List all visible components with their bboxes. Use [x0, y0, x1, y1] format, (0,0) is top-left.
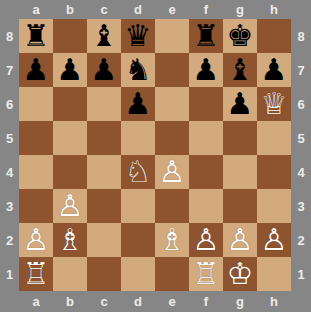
square-b8[interactable]: [53, 19, 87, 53]
piece-black-pawn[interactable]: ♟: [193, 53, 220, 87]
square-h8[interactable]: [257, 19, 291, 53]
square-a8[interactable]: ♜: [19, 19, 53, 53]
square-c2[interactable]: [87, 223, 121, 257]
square-c6[interactable]: [87, 87, 121, 121]
square-b1[interactable]: [53, 257, 87, 291]
piece-white-king[interactable]: ♔: [227, 257, 254, 291]
rank-label-7: 7: [0, 53, 19, 87]
square-c7[interactable]: ♟: [87, 53, 121, 87]
square-d3[interactable]: [121, 189, 155, 223]
square-e5[interactable]: [155, 121, 189, 155]
square-h3[interactable]: [257, 189, 291, 223]
square-a6[interactable]: [19, 87, 53, 121]
square-g1[interactable]: ♔: [223, 257, 257, 291]
piece-black-pawn[interactable]: ♟: [57, 53, 84, 87]
file-label-e: e: [155, 3, 189, 16]
square-g2[interactable]: ♙: [223, 223, 257, 257]
rank-label-3: 3: [0, 189, 19, 223]
square-d1[interactable]: [121, 257, 155, 291]
square-e7[interactable]: [155, 53, 189, 87]
square-c5[interactable]: [87, 121, 121, 155]
file-label-f: f: [189, 3, 223, 16]
rank-label-6: 6: [291, 87, 311, 121]
piece-white-pawn[interactable]: ♙: [159, 155, 186, 189]
square-f1[interactable]: ♖: [189, 257, 223, 291]
file-label-h: h: [257, 3, 291, 16]
file-label-c: c: [87, 3, 121, 16]
file-label-f: f: [189, 295, 223, 308]
square-h6[interactable]: ♕: [257, 87, 291, 121]
file-label-e: e: [155, 295, 189, 308]
piece-black-knight[interactable]: ♞: [125, 53, 152, 87]
square-f3[interactable]: [189, 189, 223, 223]
piece-white-queen[interactable]: ♕: [261, 87, 288, 121]
file-label-d: d: [121, 295, 155, 308]
square-d8[interactable]: ♛: [121, 19, 155, 53]
file-label-d: d: [121, 3, 155, 16]
square-e6[interactable]: [155, 87, 189, 121]
square-e3[interactable]: [155, 189, 189, 223]
file-label-b: b: [53, 3, 87, 16]
piece-black-pawn[interactable]: ♟: [125, 87, 152, 121]
rank-label-1: 1: [291, 257, 311, 291]
rank-label-7: 7: [291, 53, 311, 87]
square-a1[interactable]: ♖: [19, 257, 53, 291]
square-d4[interactable]: ♘: [121, 155, 155, 189]
piece-black-pawn[interactable]: ♟: [261, 53, 288, 87]
square-a4[interactable]: [19, 155, 53, 189]
square-b5[interactable]: [53, 121, 87, 155]
square-g4[interactable]: [223, 155, 257, 189]
square-d6[interactable]: ♟: [121, 87, 155, 121]
square-g7[interactable]: ♝: [223, 53, 257, 87]
piece-white-pawn[interactable]: ♙: [227, 223, 254, 257]
file-label-g: g: [223, 295, 257, 308]
square-b4[interactable]: [53, 155, 87, 189]
file-label-h: h: [257, 295, 291, 308]
piece-white-pawn[interactable]: ♙: [23, 223, 50, 257]
rank-label-3: 3: [291, 189, 311, 223]
file-label-b: b: [53, 295, 87, 308]
rank-label-5: 5: [0, 121, 19, 155]
file-labels-top: abcdefgh: [19, 0, 291, 19]
rank-labels-right: 87654321: [291, 19, 311, 291]
square-e1[interactable]: [155, 257, 189, 291]
piece-white-pawn[interactable]: ♙: [261, 223, 288, 257]
square-g8[interactable]: ♚: [223, 19, 257, 53]
square-f7[interactable]: ♟: [189, 53, 223, 87]
piece-white-bishop[interactable]: ♗: [57, 223, 84, 257]
square-e4[interactable]: ♙: [155, 155, 189, 189]
piece-black-pawn[interactable]: ♟: [227, 87, 254, 121]
file-label-a: a: [19, 3, 53, 16]
rank-label-8: 8: [291, 19, 311, 53]
square-c8[interactable]: ♝: [87, 19, 121, 53]
square-c4[interactable]: [87, 155, 121, 189]
square-g5[interactable]: [223, 121, 257, 155]
piece-white-rook[interactable]: ♖: [193, 257, 220, 291]
piece-white-knight[interactable]: ♘: [125, 155, 152, 189]
piece-white-pawn[interactable]: ♙: [193, 223, 220, 257]
file-label-c: c: [87, 295, 121, 308]
square-h7[interactable]: ♟: [257, 53, 291, 87]
piece-black-king[interactable]: ♚: [227, 19, 254, 53]
square-f2[interactable]: ♙: [189, 223, 223, 257]
square-h4[interactable]: [257, 155, 291, 189]
square-f4[interactable]: [189, 155, 223, 189]
piece-black-queen[interactable]: ♛: [125, 19, 152, 53]
square-g3[interactable]: [223, 189, 257, 223]
square-b3[interactable]: ♙: [53, 189, 87, 223]
piece-black-rook[interactable]: ♜: [193, 19, 220, 53]
square-b6[interactable]: [53, 87, 87, 121]
square-g6[interactable]: ♟: [223, 87, 257, 121]
square-e8[interactable]: [155, 19, 189, 53]
square-d2[interactable]: [121, 223, 155, 257]
piece-white-pawn[interactable]: ♙: [57, 189, 84, 223]
rank-label-1: 1: [0, 257, 19, 291]
square-a5[interactable]: [19, 121, 53, 155]
rank-label-2: 2: [0, 223, 19, 257]
rank-label-5: 5: [291, 121, 311, 155]
piece-black-bishop[interactable]: ♝: [227, 53, 254, 87]
square-f5[interactable]: [189, 121, 223, 155]
square-b7[interactable]: ♟: [53, 53, 87, 87]
square-f6[interactable]: [189, 87, 223, 121]
file-label-g: g: [223, 3, 257, 16]
square-f8[interactable]: ♜: [189, 19, 223, 53]
square-e2[interactable]: ♗: [155, 223, 189, 257]
rank-label-6: 6: [0, 87, 19, 121]
rank-label-8: 8: [0, 19, 19, 53]
square-h2[interactable]: ♙: [257, 223, 291, 257]
rank-label-4: 4: [0, 155, 19, 189]
square-d5[interactable]: [121, 121, 155, 155]
file-label-a: a: [19, 295, 53, 308]
piece-black-rook[interactable]: ♜: [23, 19, 50, 53]
square-h5[interactable]: [257, 121, 291, 155]
square-d7[interactable]: ♞: [121, 53, 155, 87]
square-a7[interactable]: ♟: [19, 53, 53, 87]
square-c1[interactable]: [87, 257, 121, 291]
piece-white-rook[interactable]: ♖: [23, 257, 50, 291]
file-labels-bottom: abcdefgh: [19, 291, 291, 312]
rank-label-4: 4: [291, 155, 311, 189]
square-c3[interactable]: [87, 189, 121, 223]
piece-white-bishop[interactable]: ♗: [159, 223, 186, 257]
square-a2[interactable]: ♙: [19, 223, 53, 257]
square-a3[interactable]: [19, 189, 53, 223]
rank-labels-left: 87654321: [0, 19, 19, 291]
piece-black-pawn[interactable]: ♟: [91, 53, 118, 87]
piece-black-bishop[interactable]: ♝: [91, 19, 118, 53]
chess-board: ♜♝♛♜♚♟♟♟♞♟♝♟♟♟♕♘♙♙♙♗♗♙♙♙♖♖♔: [19, 19, 291, 291]
rank-label-2: 2: [291, 223, 311, 257]
square-b2[interactable]: ♗: [53, 223, 87, 257]
square-h1[interactable]: [257, 257, 291, 291]
chess-board-frame: abcdefgh 87654321 ♜♝♛♜♚♟♟♟♞♟♝♟♟♟♕♘♙♙♙♗♗♙…: [0, 0, 311, 312]
piece-black-pawn[interactable]: ♟: [23, 53, 50, 87]
